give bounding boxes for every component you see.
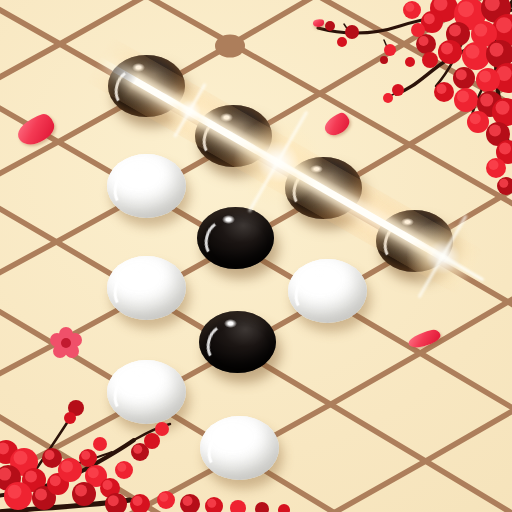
black-stone bbox=[376, 210, 453, 272]
white-stone bbox=[200, 416, 279, 480]
black-stone bbox=[199, 311, 276, 373]
star-point bbox=[215, 35, 245, 58]
black-stone bbox=[108, 55, 185, 117]
black-stone bbox=[195, 105, 272, 167]
black-stone bbox=[285, 157, 362, 219]
black-stone bbox=[197, 207, 274, 269]
gomoku-board[interactable] bbox=[0, 0, 512, 512]
white-stone bbox=[107, 154, 186, 218]
white-stone bbox=[288, 259, 367, 323]
white-stone bbox=[107, 360, 186, 424]
white-stone bbox=[107, 256, 186, 320]
